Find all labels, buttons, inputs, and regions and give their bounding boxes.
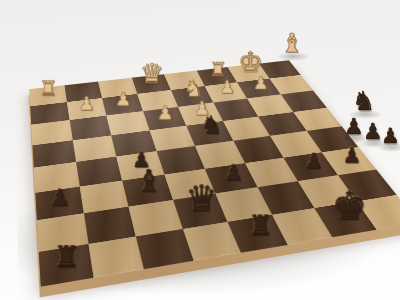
- square-b5: [76, 157, 123, 187]
- black-pawn-h6: ♟: [343, 145, 362, 166]
- black-pawn-c5: ♟: [132, 149, 151, 170]
- square-c5: ♟: [116, 151, 164, 180]
- square-b3: [69, 116, 111, 140]
- black-pawn-e6: ♟: [223, 162, 242, 184]
- square-e5: [195, 141, 244, 169]
- white-rook-a1: ♜: [39, 79, 57, 100]
- captured-black-pawn-3: ♟: [381, 126, 400, 147]
- captured-black-pawn-2: ♟: [363, 121, 383, 143]
- board-grid: ♜♛♜♚♟♟♞♟♟♟♟♞♟♟♝♟♟♟♛♜♜♚: [29, 60, 400, 286]
- white-king-g1: ♚: [238, 48, 263, 76]
- chess-scene: ♜♛♜♚♟♟♞♟♟♟♟♞♟♟♝♟♟♟♛♜♜♚ ♝♞♟♟♟: [0, 0, 400, 300]
- square-h8: [356, 195, 400, 230]
- black-pawn-a6: ♟: [49, 186, 70, 209]
- chess-board: ♜♛♜♚♟♟♞♟♟♟♟♞♟♟♝♟♟♟♛♜♜♚: [29, 60, 400, 286]
- white-rook-f1: ♜: [209, 60, 227, 80]
- white-queen-d1: ♛: [140, 60, 164, 87]
- captured-black-knight: ♞: [352, 88, 375, 114]
- captured-white-bishop: ♝: [280, 30, 303, 56]
